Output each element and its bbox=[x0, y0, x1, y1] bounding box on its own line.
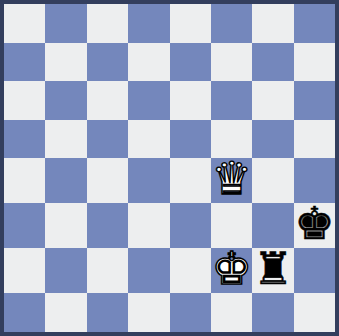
square-e4[interactable] bbox=[170, 158, 211, 203]
square-d4[interactable] bbox=[128, 158, 169, 203]
square-g7[interactable] bbox=[252, 43, 293, 82]
white-queen[interactable]: ♛ bbox=[211, 156, 251, 201]
square-c6[interactable] bbox=[87, 81, 128, 120]
square-d1[interactable] bbox=[128, 293, 169, 332]
square-d6[interactable] bbox=[128, 81, 169, 120]
square-h1[interactable] bbox=[294, 293, 335, 332]
square-h3[interactable]: ♚ bbox=[294, 203, 335, 248]
square-a1[interactable] bbox=[4, 293, 45, 332]
square-c8[interactable] bbox=[87, 4, 128, 43]
square-b2[interactable] bbox=[45, 248, 86, 293]
square-a6[interactable] bbox=[4, 81, 45, 120]
square-f8[interactable] bbox=[211, 4, 252, 43]
square-d8[interactable] bbox=[128, 4, 169, 43]
square-a7[interactable] bbox=[4, 43, 45, 82]
square-d5[interactable] bbox=[128, 120, 169, 159]
square-b4[interactable] bbox=[45, 158, 86, 203]
square-d3[interactable] bbox=[128, 203, 169, 248]
square-c1[interactable] bbox=[87, 293, 128, 332]
square-e2[interactable] bbox=[170, 248, 211, 293]
square-h8[interactable] bbox=[294, 4, 335, 43]
square-g6[interactable] bbox=[252, 81, 293, 120]
square-e3[interactable] bbox=[170, 203, 211, 248]
square-e6[interactable] bbox=[170, 81, 211, 120]
square-c2[interactable] bbox=[87, 248, 128, 293]
square-h2[interactable] bbox=[294, 248, 335, 293]
square-c4[interactable] bbox=[87, 158, 128, 203]
chess-board-frame: ♛♚♚♜ bbox=[0, 0, 339, 336]
square-h7[interactable] bbox=[294, 43, 335, 82]
square-f4[interactable]: ♛ bbox=[211, 158, 252, 203]
square-f2[interactable]: ♚ bbox=[211, 248, 252, 293]
chess-board: ♛♚♚♜ bbox=[4, 4, 335, 332]
square-h5[interactable] bbox=[294, 120, 335, 159]
square-c7[interactable] bbox=[87, 43, 128, 82]
square-e8[interactable] bbox=[170, 4, 211, 43]
square-b8[interactable] bbox=[45, 4, 86, 43]
square-e1[interactable] bbox=[170, 293, 211, 332]
square-c3[interactable] bbox=[87, 203, 128, 248]
square-g8[interactable] bbox=[252, 4, 293, 43]
square-a3[interactable] bbox=[4, 203, 45, 248]
square-d2[interactable] bbox=[128, 248, 169, 293]
square-h6[interactable] bbox=[294, 81, 335, 120]
square-f1[interactable] bbox=[211, 293, 252, 332]
square-a4[interactable] bbox=[4, 158, 45, 203]
square-g1[interactable] bbox=[252, 293, 293, 332]
square-c5[interactable] bbox=[87, 120, 128, 159]
square-g4[interactable] bbox=[252, 158, 293, 203]
square-b7[interactable] bbox=[45, 43, 86, 82]
square-g2[interactable]: ♜ bbox=[252, 248, 293, 293]
square-e7[interactable] bbox=[170, 43, 211, 82]
square-f7[interactable] bbox=[211, 43, 252, 82]
white-king[interactable]: ♚ bbox=[211, 246, 251, 291]
black-king[interactable]: ♚ bbox=[294, 201, 334, 246]
square-b5[interactable] bbox=[45, 120, 86, 159]
square-e5[interactable] bbox=[170, 120, 211, 159]
square-f6[interactable] bbox=[211, 81, 252, 120]
square-b6[interactable] bbox=[45, 81, 86, 120]
black-rook[interactable]: ♜ bbox=[253, 246, 293, 291]
square-a5[interactable] bbox=[4, 120, 45, 159]
square-d7[interactable] bbox=[128, 43, 169, 82]
square-b1[interactable] bbox=[45, 293, 86, 332]
square-a8[interactable] bbox=[4, 4, 45, 43]
square-b3[interactable] bbox=[45, 203, 86, 248]
square-g5[interactable] bbox=[252, 120, 293, 159]
square-a2[interactable] bbox=[4, 248, 45, 293]
